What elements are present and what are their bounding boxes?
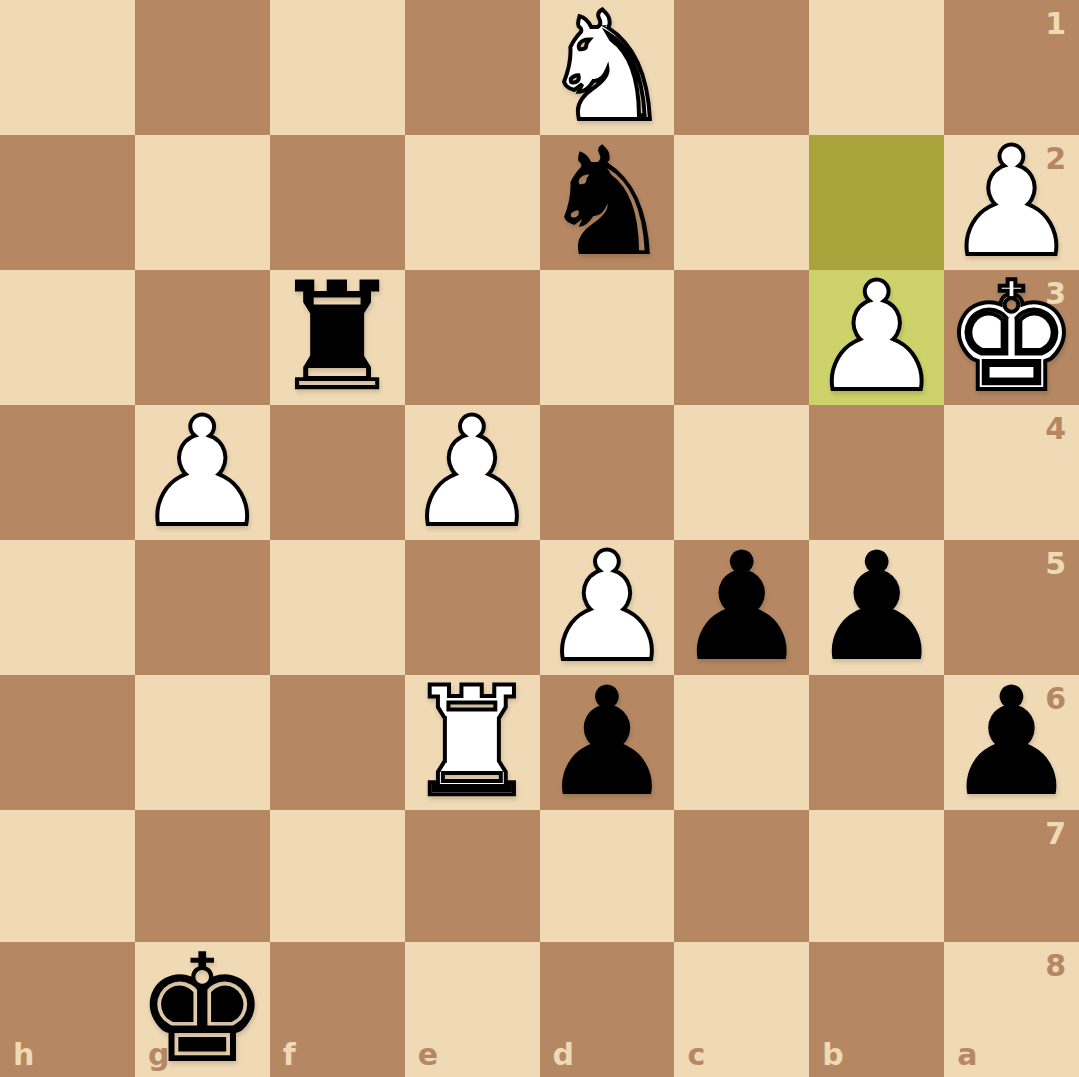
square-h2[interactable] xyxy=(0,135,135,270)
square-g1[interactable] xyxy=(135,0,270,135)
square-g8[interactable]: ♚g xyxy=(135,942,270,1077)
square-f7[interactable] xyxy=(270,810,405,942)
square-e4[interactable]: ♟ xyxy=(405,405,540,540)
square-d3[interactable] xyxy=(540,270,675,405)
rank-label-8: 8 xyxy=(1045,951,1066,981)
square-d6[interactable]: ♟ xyxy=(540,675,675,810)
square-c6[interactable] xyxy=(674,675,809,810)
square-a7[interactable]: 7 xyxy=(944,810,1079,942)
square-h3[interactable] xyxy=(0,270,135,405)
black-pawn-a6[interactable]: ♟ xyxy=(944,675,1078,810)
file-label-b: b xyxy=(822,1040,843,1070)
rank-label-5: 5 xyxy=(1045,549,1066,579)
square-g2[interactable] xyxy=(135,135,270,270)
square-b6[interactable] xyxy=(809,675,944,810)
square-e1[interactable] xyxy=(405,0,540,135)
square-b7[interactable] xyxy=(809,810,944,942)
square-c7[interactable] xyxy=(674,810,809,942)
square-c8[interactable]: c xyxy=(674,942,809,1077)
white-pawn-e4[interactable]: ♟ xyxy=(405,405,539,540)
square-d8[interactable]: d xyxy=(540,942,675,1077)
white-king-a3[interactable]: ♚ xyxy=(944,270,1078,405)
square-b5[interactable]: ♟ xyxy=(809,540,944,675)
square-e6[interactable]: ♜ xyxy=(405,675,540,810)
square-e7[interactable] xyxy=(405,810,540,942)
white-pawn-g4[interactable]: ♟ xyxy=(135,405,269,540)
square-b3[interactable]: ♟ xyxy=(809,270,944,405)
file-label-h: h xyxy=(13,1040,34,1070)
square-f8[interactable]: f xyxy=(270,942,405,1077)
square-b1[interactable] xyxy=(809,0,944,135)
square-e2[interactable] xyxy=(405,135,540,270)
square-f3[interactable]: ♜ xyxy=(270,270,405,405)
black-king-g8[interactable]: ♚ xyxy=(135,942,269,1077)
black-pawn-b5[interactable]: ♟ xyxy=(809,540,943,675)
file-label-e: e xyxy=(418,1040,438,1070)
square-g4[interactable]: ♟ xyxy=(135,405,270,540)
square-b8[interactable]: b xyxy=(809,942,944,1077)
square-d7[interactable] xyxy=(540,810,675,942)
square-h7[interactable] xyxy=(0,810,135,942)
white-rook-e6[interactable]: ♜ xyxy=(405,675,539,810)
file-label-d: d xyxy=(553,1040,574,1070)
file-label-f: f xyxy=(283,1040,296,1070)
square-c1[interactable] xyxy=(674,0,809,135)
square-g5[interactable] xyxy=(135,540,270,675)
square-f5[interactable] xyxy=(270,540,405,675)
rank-label-7: 7 xyxy=(1045,819,1066,849)
square-h5[interactable] xyxy=(0,540,135,675)
square-a6[interactable]: ♟6 xyxy=(944,675,1079,810)
square-a4[interactable]: 4 xyxy=(944,405,1079,540)
rank-label-4: 4 xyxy=(1045,414,1066,444)
chess-board: ♞1♞♟2♜♟♚3♟♟4♟♟♟5♜♟♟67h♚gfedcb8a xyxy=(0,0,1079,1077)
square-f6[interactable] xyxy=(270,675,405,810)
square-c2[interactable] xyxy=(674,135,809,270)
file-label-c: c xyxy=(687,1040,705,1070)
square-c3[interactable] xyxy=(674,270,809,405)
black-pawn-c5[interactable]: ♟ xyxy=(675,540,809,675)
file-label-a: a xyxy=(957,1040,977,1070)
square-a3[interactable]: ♚3 xyxy=(944,270,1079,405)
square-h4[interactable] xyxy=(0,405,135,540)
square-e8[interactable]: e xyxy=(405,942,540,1077)
rank-label-1: 1 xyxy=(1045,9,1066,39)
square-h6[interactable] xyxy=(0,675,135,810)
white-pawn-b3[interactable]: ♟ xyxy=(809,270,943,405)
square-g6[interactable] xyxy=(135,675,270,810)
black-knight-d2[interactable]: ♞ xyxy=(540,135,674,270)
square-a8[interactable]: 8a xyxy=(944,942,1079,1077)
square-h1[interactable] xyxy=(0,0,135,135)
square-d2[interactable]: ♞ xyxy=(540,135,675,270)
square-h8[interactable]: h xyxy=(0,942,135,1077)
square-c5[interactable]: ♟ xyxy=(674,540,809,675)
black-pawn-d6[interactable]: ♟ xyxy=(540,675,674,810)
square-f1[interactable] xyxy=(270,0,405,135)
square-f4[interactable] xyxy=(270,405,405,540)
black-rook-f3[interactable]: ♜ xyxy=(270,270,404,405)
